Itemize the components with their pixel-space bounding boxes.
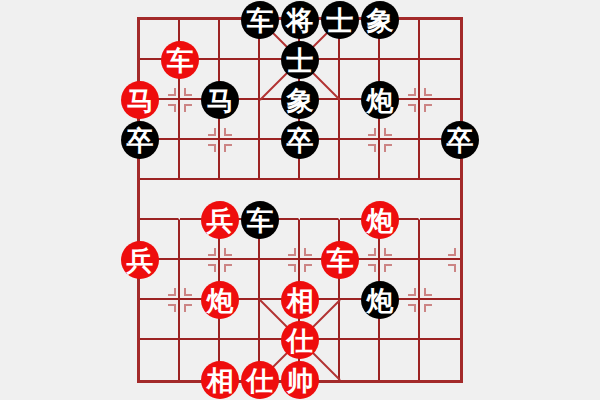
board-cell xyxy=(140,340,180,380)
point-marker xyxy=(408,104,416,112)
xiangqi-board[interactable]: 车将士象士马象炮卒卒卒车炮车马兵炮兵车炮相仕相仕帅 xyxy=(137,17,463,383)
piece-red-pawn[interactable]: 兵 xyxy=(201,201,239,239)
piece-black-chariot[interactable]: 车 xyxy=(241,1,279,39)
board-cell xyxy=(340,340,380,380)
point-marker xyxy=(408,288,416,296)
point-marker xyxy=(168,88,176,96)
piece-black-horse[interactable]: 马 xyxy=(201,81,239,119)
piece-red-cannon[interactable]: 炮 xyxy=(201,281,239,319)
point-marker xyxy=(424,104,432,112)
point-marker xyxy=(168,104,176,112)
point-marker xyxy=(368,248,376,256)
point-marker xyxy=(408,304,416,312)
piece-black-elephant[interactable]: 象 xyxy=(281,81,319,119)
point-marker xyxy=(424,88,432,96)
point-marker xyxy=(288,264,296,272)
board-cell xyxy=(300,180,340,220)
board-cell xyxy=(380,340,420,380)
piece-red-king[interactable]: 帅 xyxy=(281,361,319,399)
point-marker xyxy=(184,104,192,112)
point-marker xyxy=(208,248,216,256)
point-marker xyxy=(424,288,432,296)
piece-red-chariot[interactable]: 车 xyxy=(161,41,199,79)
point-marker xyxy=(384,128,392,136)
point-marker xyxy=(408,88,416,96)
point-marker xyxy=(208,128,216,136)
piece-black-cannon[interactable]: 炮 xyxy=(361,281,399,319)
piece-red-horse[interactable]: 马 xyxy=(121,81,159,119)
xiangqi-screenshot: 车将士象士马象炮卒卒卒车炮车马兵炮兵车炮相仕相仕帅 xyxy=(0,0,600,400)
point-marker xyxy=(424,304,432,312)
point-marker xyxy=(184,288,192,296)
point-marker xyxy=(224,144,232,152)
piece-red-pawn[interactable]: 兵 xyxy=(121,241,159,279)
point-marker xyxy=(304,264,312,272)
point-marker xyxy=(368,128,376,136)
point-marker xyxy=(208,144,216,152)
piece-red-elephant[interactable]: 相 xyxy=(201,361,239,399)
piece-black-cannon[interactable]: 炮 xyxy=(361,81,399,119)
point-marker xyxy=(384,264,392,272)
board-cell xyxy=(420,180,460,220)
board-cell xyxy=(420,20,460,60)
board-cell xyxy=(420,340,460,380)
point-marker xyxy=(384,248,392,256)
piece-black-chariot[interactable]: 车 xyxy=(241,201,279,239)
piece-red-advisor[interactable]: 仕 xyxy=(241,361,279,399)
point-marker xyxy=(368,264,376,272)
piece-black-pawn[interactable]: 卒 xyxy=(441,121,479,159)
point-marker xyxy=(224,264,232,272)
point-marker xyxy=(368,144,376,152)
piece-black-elephant[interactable]: 象 xyxy=(361,1,399,39)
piece-red-cannon[interactable]: 炮 xyxy=(361,201,399,239)
point-marker xyxy=(208,264,216,272)
point-marker xyxy=(448,264,456,272)
piece-red-chariot[interactable]: 车 xyxy=(321,241,359,279)
point-marker xyxy=(224,248,232,256)
point-marker xyxy=(224,128,232,136)
point-marker xyxy=(168,288,176,296)
piece-red-advisor[interactable]: 仕 xyxy=(281,321,319,359)
point-marker xyxy=(168,304,176,312)
point-marker xyxy=(184,88,192,96)
piece-black-pawn[interactable]: 卒 xyxy=(121,121,159,159)
board-cell xyxy=(140,180,180,220)
piece-black-advisor[interactable]: 士 xyxy=(321,1,359,39)
point-marker xyxy=(184,304,192,312)
point-marker xyxy=(288,248,296,256)
piece-black-advisor[interactable]: 士 xyxy=(281,41,319,79)
piece-red-elephant[interactable]: 相 xyxy=(281,281,319,319)
piece-black-pawn[interactable]: 卒 xyxy=(281,121,319,159)
piece-black-king[interactable]: 将 xyxy=(281,1,319,39)
point-marker xyxy=(448,248,456,256)
point-marker xyxy=(304,248,312,256)
point-marker xyxy=(384,144,392,152)
